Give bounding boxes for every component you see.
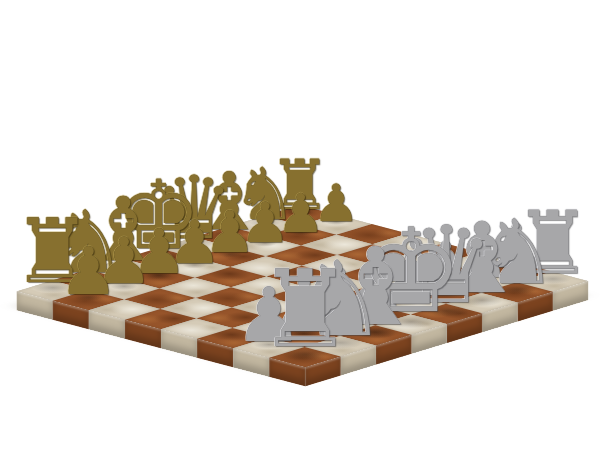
chess-set-photo: ♜♞♝♛♚♝♞♜♟♟♟♟♟♟♟♟♟♟♟♟♟♟♟♟♜♞♝♛♚♝♞♜ <box>0 0 600 450</box>
silver-rook-piece[interactable]: ♜ <box>257 256 353 363</box>
gold-pawn-piece[interactable]: ♟ <box>59 239 118 305</box>
